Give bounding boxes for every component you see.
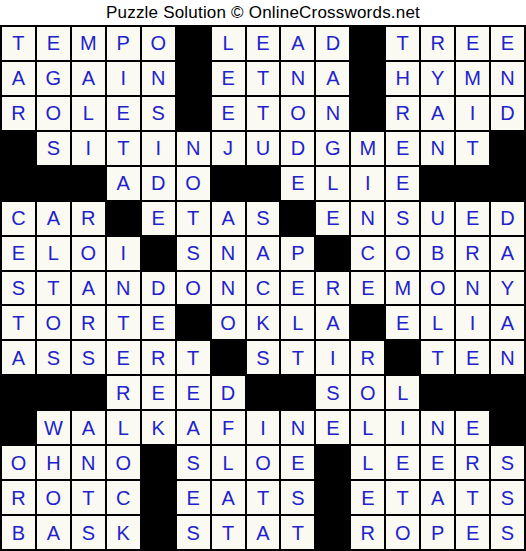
letter-cell-r13c15: S <box>491 446 524 479</box>
letter-cell-r11c11: O <box>351 376 384 409</box>
letter-cell-r10c8: S <box>247 341 280 374</box>
letter-cell-r4c12: E <box>386 132 419 165</box>
letter-cell-r3c3: L <box>72 97 105 130</box>
letter-cell-r1c3: M <box>72 27 105 60</box>
letter-cell-r6c5: E <box>142 202 175 235</box>
black-cell-r11c2 <box>37 376 70 409</box>
black-cell-r9c6 <box>177 306 210 339</box>
black-cell-r15c10 <box>316 516 349 549</box>
letter-cell-r1c13: R <box>421 27 454 60</box>
black-cell-r2c11 <box>351 62 384 95</box>
letter-cell-r1c8: E <box>247 27 280 60</box>
letter-cell-r13c13: E <box>421 446 454 479</box>
letter-cell-r5c5: D <box>142 167 175 200</box>
letter-cell-r9c2: O <box>37 306 70 339</box>
letter-cell-r6c10: E <box>316 202 349 235</box>
black-cell-r14c10 <box>316 481 349 514</box>
letter-cell-r12c13: N <box>421 411 454 444</box>
letter-cell-r15c6: S <box>177 516 210 549</box>
letter-cell-r7c12: O <box>386 237 419 270</box>
letter-cell-r8c11: E <box>351 272 384 305</box>
black-cell-r6c9 <box>281 202 314 235</box>
letter-cell-r9c5: E <box>142 306 175 339</box>
letter-cell-r14c12: T <box>386 481 419 514</box>
letter-cell-r12c8: I <box>247 411 280 444</box>
letter-cell-r13c14: R <box>456 446 489 479</box>
letter-cell-r3c12: R <box>386 97 419 130</box>
letter-cell-r6c12: S <box>386 202 419 235</box>
letter-cell-r12c14: E <box>456 411 489 444</box>
letter-cell-r3c5: S <box>142 97 175 130</box>
letter-cell-r1c9: A <box>281 27 314 60</box>
black-cell-r12c1 <box>2 411 35 444</box>
letter-cell-r2c8: T <box>247 62 280 95</box>
black-cell-r5c8 <box>247 167 280 200</box>
letter-cell-r4c2: S <box>37 132 70 165</box>
letter-cell-r13c9: E <box>281 446 314 479</box>
letter-cell-r8c13: O <box>421 272 454 305</box>
letter-cell-r1c12: T <box>386 27 419 60</box>
letter-cell-r7c7: N <box>212 237 245 270</box>
letter-cell-r13c2: H <box>37 446 70 479</box>
letter-cell-r8c10: R <box>316 272 349 305</box>
letter-cell-r12c2: W <box>37 411 70 444</box>
letter-cell-r13c11: L <box>351 446 384 479</box>
black-cell-r11c8 <box>247 376 280 409</box>
letter-cell-r12c3: A <box>72 411 105 444</box>
black-cell-r11c1 <box>2 376 35 409</box>
letter-cell-r15c4: K <box>107 516 140 549</box>
black-cell-r11c15 <box>491 376 524 409</box>
black-cell-r11c13 <box>421 376 454 409</box>
letter-cell-r3c10: N <box>316 97 349 130</box>
letter-cell-r14c1: R <box>2 481 35 514</box>
letter-cell-r9c7: O <box>212 306 245 339</box>
page-title: Puzzle Solution © OnlineCrosswords.net <box>0 0 526 25</box>
letter-cell-r15c3: S <box>72 516 105 549</box>
letter-cell-r12c6: A <box>177 411 210 444</box>
black-cell-r5c1 <box>2 167 35 200</box>
letter-cell-r1c1: T <box>2 27 35 60</box>
letter-cell-r4c13: N <box>421 132 454 165</box>
letter-cell-r7c1: E <box>2 237 35 270</box>
letter-cell-r5c6: O <box>177 167 210 200</box>
letter-cell-r2c12: H <box>386 62 419 95</box>
letter-cell-r3c8: T <box>247 97 280 130</box>
letter-cell-r2c4: I <box>107 62 140 95</box>
letter-cell-r15c7: T <box>212 516 245 549</box>
letter-cell-r4c5: I <box>142 132 175 165</box>
letter-cell-r4c7: J <box>212 132 245 165</box>
puzzle-solution-page: Puzzle Solution © OnlineCrosswords.net T… <box>0 0 526 551</box>
crossword-grid: TEMPOLEADTREEAGAINETNAHYMNROLESETONRAIDS… <box>0 25 526 551</box>
letter-cell-r14c4: C <box>107 481 140 514</box>
letter-cell-r10c1: A <box>2 341 35 374</box>
black-cell-r11c9 <box>281 376 314 409</box>
letter-cell-r3c15: D <box>491 97 524 130</box>
letter-cell-r10c14: E <box>456 341 489 374</box>
letter-cell-r2c10: A <box>316 62 349 95</box>
letter-cell-r11c12: L <box>386 376 419 409</box>
letter-cell-r10c6: T <box>177 341 210 374</box>
letter-cell-r11c4: R <box>107 376 140 409</box>
letter-cell-r3c14: I <box>456 97 489 130</box>
letter-cell-r9c15: A <box>491 306 524 339</box>
letter-cell-r14c13: A <box>421 481 454 514</box>
letter-cell-r7c15: A <box>491 237 524 270</box>
letter-cell-r5c12: E <box>386 167 419 200</box>
letter-cell-r13c4: O <box>107 446 140 479</box>
black-cell-r4c1 <box>2 132 35 165</box>
letter-cell-r7c3: O <box>72 237 105 270</box>
letter-cell-r7c9: P <box>281 237 314 270</box>
letter-cell-r2c3: A <box>72 62 105 95</box>
letter-cell-r12c10: E <box>316 411 349 444</box>
letter-cell-r6c15: D <box>491 202 524 235</box>
letter-cell-r3c4: E <box>107 97 140 130</box>
letter-cell-r13c7: L <box>212 446 245 479</box>
letter-cell-r15c1: B <box>2 516 35 549</box>
letter-cell-r10c2: S <box>37 341 70 374</box>
black-cell-r13c10 <box>316 446 349 479</box>
letter-cell-r10c9: T <box>281 341 314 374</box>
letter-cell-r1c10: D <box>316 27 349 60</box>
letter-cell-r8c15: Y <box>491 272 524 305</box>
letter-cell-r8c3: A <box>72 272 105 305</box>
letter-cell-r5c4: A <box>107 167 140 200</box>
letter-cell-r14c2: O <box>37 481 70 514</box>
letter-cell-r3c2: O <box>37 97 70 130</box>
letter-cell-r8c14: N <box>456 272 489 305</box>
letter-cell-r8c1: S <box>2 272 35 305</box>
letter-cell-r6c3: R <box>72 202 105 235</box>
letter-cell-r7c8: A <box>247 237 280 270</box>
letter-cell-r2c2: G <box>37 62 70 95</box>
letter-cell-r10c5: R <box>142 341 175 374</box>
letter-cell-r9c4: T <box>107 306 140 339</box>
letter-cell-r2c9: N <box>281 62 314 95</box>
letter-cell-r3c9: O <box>281 97 314 130</box>
letter-cell-r13c8: O <box>247 446 280 479</box>
letter-cell-r6c2: A <box>37 202 70 235</box>
black-cell-r5c14 <box>456 167 489 200</box>
letter-cell-r9c14: I <box>456 306 489 339</box>
letter-cell-r2c5: N <box>142 62 175 95</box>
letter-cell-r5c10: L <box>316 167 349 200</box>
letter-cell-r12c11: L <box>351 411 384 444</box>
black-cell-r6c4 <box>107 202 140 235</box>
letter-cell-r8c8: C <box>247 272 280 305</box>
letter-cell-r6c13: U <box>421 202 454 235</box>
letter-cell-r7c4: I <box>107 237 140 270</box>
letter-cell-r1c14: E <box>456 27 489 60</box>
letter-cell-r3c7: E <box>212 97 245 130</box>
letter-cell-r10c4: E <box>107 341 140 374</box>
letter-cell-r2c15: N <box>491 62 524 95</box>
letter-cell-r6c6: T <box>177 202 210 235</box>
letter-cell-r12c7: F <box>212 411 245 444</box>
letter-cell-r9c12: E <box>386 306 419 339</box>
letter-cell-r15c2: A <box>37 516 70 549</box>
black-cell-r3c6 <box>177 97 210 130</box>
black-cell-r5c15 <box>491 167 524 200</box>
letter-cell-r15c8: A <box>247 516 280 549</box>
letter-cell-r15c11: R <box>351 516 384 549</box>
letter-cell-r10c3: S <box>72 341 105 374</box>
letter-cell-r13c3: N <box>72 446 105 479</box>
letter-cell-r12c5: K <box>142 411 175 444</box>
letter-cell-r7c2: L <box>37 237 70 270</box>
letter-cell-r2c13: Y <box>421 62 454 95</box>
letter-cell-r7c6: S <box>177 237 210 270</box>
black-cell-r7c5 <box>142 237 175 270</box>
letter-cell-r15c13: P <box>421 516 454 549</box>
letter-cell-r1c4: P <box>107 27 140 60</box>
letter-cell-r1c5: O <box>142 27 175 60</box>
black-cell-r1c11 <box>351 27 384 60</box>
letter-cell-r9c13: L <box>421 306 454 339</box>
letter-cell-r6c1: C <box>2 202 35 235</box>
letter-cell-r14c8: T <box>247 481 280 514</box>
letter-cell-r2c7: E <box>212 62 245 95</box>
letter-cell-r11c10: S <box>316 376 349 409</box>
letter-cell-r10c10: I <box>316 341 349 374</box>
letter-cell-r1c15: E <box>491 27 524 60</box>
letter-cell-r4c14: T <box>456 132 489 165</box>
letter-cell-r6c7: A <box>212 202 245 235</box>
black-cell-r5c2 <box>37 167 70 200</box>
black-cell-r5c13 <box>421 167 454 200</box>
black-cell-r3c11 <box>351 97 384 130</box>
letter-cell-r9c3: R <box>72 306 105 339</box>
letter-cell-r3c1: R <box>2 97 35 130</box>
letter-cell-r8c4: N <box>107 272 140 305</box>
letter-cell-r2c14: M <box>456 62 489 95</box>
letter-cell-r3c13: A <box>421 97 454 130</box>
letter-cell-r12c9: N <box>281 411 314 444</box>
letter-cell-r15c12: O <box>386 516 419 549</box>
letter-cell-r15c14: E <box>456 516 489 549</box>
letter-cell-r14c7: A <box>212 481 245 514</box>
letter-cell-r14c9: S <box>281 481 314 514</box>
letter-cell-r8c5: D <box>142 272 175 305</box>
black-cell-r13c5 <box>142 446 175 479</box>
letter-cell-r13c6: S <box>177 446 210 479</box>
letter-cell-r9c1: T <box>2 306 35 339</box>
black-cell-r11c3 <box>72 376 105 409</box>
letter-cell-r7c13: B <box>421 237 454 270</box>
black-cell-r7c10 <box>316 237 349 270</box>
letter-cell-r6c14: E <box>456 202 489 235</box>
letter-cell-r11c5: E <box>142 376 175 409</box>
letter-cell-r14c3: T <box>72 481 105 514</box>
black-cell-r12c15 <box>491 411 524 444</box>
black-cell-r4c15 <box>491 132 524 165</box>
letter-cell-r15c9: T <box>281 516 314 549</box>
letter-cell-r9c10: A <box>316 306 349 339</box>
letter-cell-r13c1: O <box>2 446 35 479</box>
letter-cell-r11c7: D <box>212 376 245 409</box>
letter-cell-r14c11: E <box>351 481 384 514</box>
letter-cell-r6c8: S <box>247 202 280 235</box>
letter-cell-r4c9: D <box>281 132 314 165</box>
letter-cell-r8c2: T <box>37 272 70 305</box>
black-cell-r10c7 <box>212 341 245 374</box>
letter-cell-r11c6: E <box>177 376 210 409</box>
letter-cell-r4c3: I <box>72 132 105 165</box>
letter-cell-r7c11: C <box>351 237 384 270</box>
black-cell-r2c6 <box>177 62 210 95</box>
letter-cell-r10c11: R <box>351 341 384 374</box>
letter-cell-r14c6: E <box>177 481 210 514</box>
letter-cell-r1c2: E <box>37 27 70 60</box>
black-cell-r11c14 <box>456 376 489 409</box>
letter-cell-r14c15: S <box>491 481 524 514</box>
letter-cell-r4c10: G <box>316 132 349 165</box>
letter-cell-r4c4: T <box>107 132 140 165</box>
black-cell-r1c6 <box>177 27 210 60</box>
letter-cell-r2c1: A <box>2 62 35 95</box>
letter-cell-r8c6: O <box>177 272 210 305</box>
black-cell-r5c7 <box>212 167 245 200</box>
black-cell-r10c12 <box>386 341 419 374</box>
letter-cell-r1c7: L <box>212 27 245 60</box>
letter-cell-r10c15: N <box>491 341 524 374</box>
letter-cell-r4c6: N <box>177 132 210 165</box>
black-cell-r9c11 <box>351 306 384 339</box>
letter-cell-r12c12: I <box>386 411 419 444</box>
black-cell-r5c3 <box>72 167 105 200</box>
letter-cell-r8c7: N <box>212 272 245 305</box>
letter-cell-r6c11: N <box>351 202 384 235</box>
letter-cell-r10c13: T <box>421 341 454 374</box>
letter-cell-r7c14: R <box>456 237 489 270</box>
letter-cell-r8c12: M <box>386 272 419 305</box>
letter-cell-r5c9: E <box>281 167 314 200</box>
letter-cell-r14c14: T <box>456 481 489 514</box>
letter-cell-r9c8: K <box>247 306 280 339</box>
black-cell-r14c5 <box>142 481 175 514</box>
letter-cell-r12c4: L <box>107 411 140 444</box>
letter-cell-r4c11: M <box>351 132 384 165</box>
letter-cell-r5c11: I <box>351 167 384 200</box>
letter-cell-r4c8: U <box>247 132 280 165</box>
letter-cell-r8c9: E <box>281 272 314 305</box>
letter-cell-r15c15: S <box>491 516 524 549</box>
letter-cell-r13c12: E <box>386 446 419 479</box>
black-cell-r15c5 <box>142 516 175 549</box>
letter-cell-r9c9: L <box>281 306 314 339</box>
